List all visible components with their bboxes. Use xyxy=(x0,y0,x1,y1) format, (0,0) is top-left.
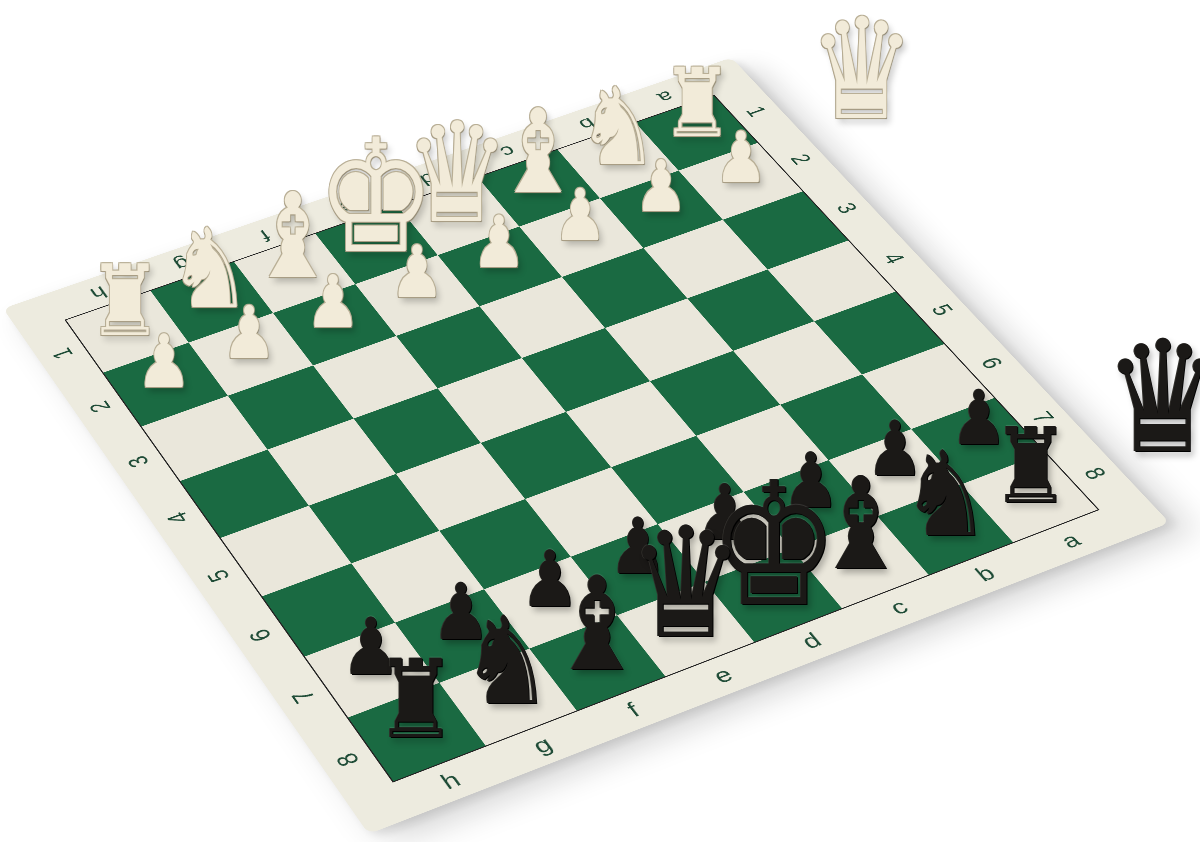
rank-label-right-5: 5 xyxy=(924,301,958,319)
piece-black-knight-g8[interactable]: ♞ xyxy=(461,601,554,722)
rank-label-right-6: 6 xyxy=(973,354,1007,372)
rank-label-right-4: 4 xyxy=(876,250,909,267)
rank-label-left-2: 2 xyxy=(82,397,116,415)
piece-black-rook-h8[interactable]: ♜ xyxy=(374,646,457,755)
rank-label-left-7: 7 xyxy=(285,686,321,707)
piece-white-pawn-e2[interactable]: ♟ xyxy=(389,237,444,309)
file-label-near-f: f xyxy=(622,698,645,721)
piece-black-bishop-f8[interactable]: ♝ xyxy=(548,560,647,689)
rank-label-left-1: 1 xyxy=(45,344,79,362)
file-label-near-g: g xyxy=(527,732,557,758)
rank-label-left-3: 3 xyxy=(121,452,155,471)
piece-white-pawn-g2[interactable]: ♟ xyxy=(221,295,277,368)
rank-label-right-2: 2 xyxy=(783,151,816,168)
piece-white-pawn-b2[interactable]: ♟ xyxy=(634,151,688,222)
piece-white-pawn-d2[interactable]: ♟ xyxy=(472,208,527,280)
extra-white-queen[interactable]: ♛ xyxy=(809,0,916,140)
piece-white-pawn-h2[interactable]: ♟ xyxy=(136,325,192,399)
file-label-near-b: b xyxy=(970,561,1001,585)
piece-white-pawn-c2[interactable]: ♟ xyxy=(553,179,607,251)
file-label-near-a: a xyxy=(1055,529,1086,553)
piece-black-knight-b8[interactable]: ♞ xyxy=(901,435,991,553)
rank-label-left-4: 4 xyxy=(160,508,195,527)
scene: hhggffeeddccbbaa1122334455667788 ♜♞♝♛♚♝♞… xyxy=(0,0,1200,842)
rank-label-right-3: 3 xyxy=(829,200,862,217)
rank-label-left-5: 5 xyxy=(200,566,235,586)
rank-label-left-6: 6 xyxy=(242,625,278,645)
file-label-near-c: c xyxy=(884,595,913,619)
piece-white-pawn-a2[interactable]: ♟ xyxy=(714,123,768,194)
rank-label-left-8: 8 xyxy=(329,748,366,770)
file-label-near-h: h xyxy=(436,767,466,794)
piece-black-rook-a8[interactable]: ♜ xyxy=(991,414,1070,518)
piece-white-pawn-f2[interactable]: ♟ xyxy=(305,266,360,339)
extra-black-queen[interactable]: ♛ xyxy=(1104,320,1200,475)
